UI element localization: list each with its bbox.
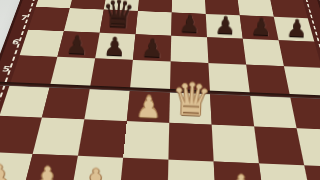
square-d4[interactable]: ♟	[127, 89, 170, 123]
square-d5[interactable]	[130, 60, 171, 90]
white-queen-e4[interactable]: ♛	[171, 78, 213, 124]
square-d3[interactable]	[123, 121, 169, 160]
square-h5[interactable]	[284, 66, 320, 97]
square-g2[interactable]	[259, 163, 313, 180]
black-pawn-d6[interactable]: ♟	[140, 34, 164, 60]
square-a4[interactable]	[0, 84, 50, 118]
square-h4[interactable]	[290, 95, 320, 130]
chess-board[interactable]: ♛♟♟♟♟♟♟♟♟♛♟♟♟♟♝♞♞♚♝♜12345678abcdefgh	[0, 0, 320, 180]
square-e6[interactable]	[171, 36, 209, 63]
square-h6[interactable]	[279, 40, 320, 68]
square-f5[interactable]	[208, 63, 250, 94]
square-d6[interactable]: ♟	[133, 34, 171, 61]
black-pawn-e7[interactable]: ♟	[178, 11, 201, 36]
square-e3[interactable]	[168, 123, 213, 162]
square-g7[interactable]: ♟	[240, 15, 279, 40]
square-e4[interactable]: ♛	[169, 90, 211, 124]
square-b6[interactable]: ♟	[57, 31, 99, 58]
white-pawn-f2[interactable]: ♟	[225, 170, 256, 180]
square-b2[interactable]: ♟	[22, 154, 78, 180]
square-d2[interactable]	[119, 158, 168, 180]
white-pawn-b2[interactable]: ♟	[32, 162, 63, 180]
square-g6[interactable]	[243, 39, 284, 67]
square-f3[interactable]	[212, 125, 259, 164]
perspective-scene: ♛♟♟♟♟♟♟♟♟♛♟♟♟♟♝♞♞♚♝♜12345678abcdefgh	[0, 0, 320, 180]
square-e7[interactable]: ♟	[171, 12, 207, 37]
square-h2[interactable]	[304, 165, 320, 180]
white-pawn-d4[interactable]: ♟	[135, 92, 162, 122]
black-pawn-c6[interactable]: ♟	[103, 33, 127, 59]
rank-label-5: 5	[0, 55, 20, 84]
square-c2[interactable]: ♟	[71, 156, 124, 180]
black-pawn-b6[interactable]: ♟	[65, 31, 89, 57]
square-h7[interactable]: ♟	[274, 17, 315, 42]
black-queen-c7[interactable]: ♛	[101, 0, 136, 34]
black-pawn-g7[interactable]: ♟	[250, 14, 273, 39]
black-pawn-h7[interactable]: ♟	[285, 16, 308, 41]
camera-tilt-wrapper: ♛♟♟♟♟♟♟♟♟♛♟♟♟♟♝♞♞♚♝♜12345678abcdefgh	[0, 0, 320, 180]
square-c4[interactable]	[84, 87, 130, 121]
square-c3[interactable]	[78, 119, 127, 157]
white-pawn-a2[interactable]: ♟	[0, 160, 14, 180]
square-b3[interactable]	[33, 118, 85, 156]
square-g5[interactable]	[246, 65, 290, 96]
square-f7[interactable]: ♟	[206, 14, 243, 39]
chessboard-photo: ♛♟♟♟♟♟♟♟♟♛♟♟♟♟♝♞♞♚♝♜12345678abcdefgh	[0, 0, 320, 180]
square-b4[interactable]	[42, 85, 90, 119]
square-f4[interactable]	[210, 92, 254, 126]
white-pawn-c2[interactable]: ♟	[80, 164, 111, 180]
square-h3[interactable]	[297, 128, 320, 167]
square-e2[interactable]	[167, 160, 215, 180]
square-f2[interactable]: ♟	[214, 162, 265, 180]
square-c6[interactable]: ♟	[95, 33, 135, 60]
black-pawn-f7[interactable]: ♟	[214, 13, 237, 38]
square-c5[interactable]	[90, 58, 133, 88]
square-f6[interactable]	[207, 37, 246, 65]
square-b5[interactable]	[50, 57, 95, 87]
square-g4[interactable]	[250, 94, 297, 128]
